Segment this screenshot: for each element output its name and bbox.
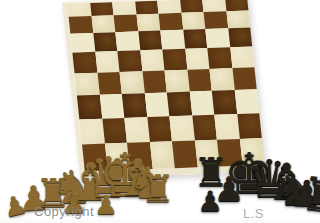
board-square [135, 1, 159, 15]
board-square [112, 1, 136, 15]
board-square [102, 118, 127, 144]
board-square [95, 51, 120, 73]
board-square [114, 14, 138, 32]
board-square [79, 119, 104, 145]
board-square [214, 114, 239, 140]
board-square [185, 48, 210, 70]
board-square [67, 3, 91, 17]
board-square [209, 68, 234, 91]
board-square [77, 95, 102, 120]
board-square [72, 52, 97, 74]
board-square [138, 31, 162, 51]
board-square [183, 29, 207, 49]
board-square [167, 92, 192, 117]
board-square [207, 47, 232, 69]
board-square [169, 116, 194, 142]
board-square [230, 46, 255, 68]
board-square [157, 0, 181, 14]
board-square [90, 2, 114, 16]
board-square [203, 11, 227, 29]
board-square [115, 31, 139, 51]
board-square [234, 89, 259, 114]
board-square [122, 93, 147, 118]
board-square [237, 113, 262, 139]
board-square [189, 91, 214, 116]
board-square [97, 72, 122, 95]
board-square [91, 15, 115, 33]
board-square [117, 50, 142, 72]
board-square [164, 70, 189, 93]
board-square [202, 0, 226, 12]
board-square [147, 116, 172, 142]
floor-strip [0, 219, 320, 223]
board-square [93, 32, 117, 52]
board-square [70, 33, 94, 53]
chess-piece-white-rook: ♜ [139, 170, 177, 208]
board-square [75, 73, 100, 96]
board-square [205, 28, 229, 48]
board-square [99, 94, 124, 119]
chess-piece-black-pawn: ♟ [212, 172, 246, 206]
board-square [140, 50, 165, 72]
board-square [144, 92, 169, 117]
board-square [226, 10, 250, 28]
board-square [160, 30, 184, 50]
board-square [142, 70, 167, 93]
board-square [181, 12, 205, 30]
chess-piece-black-rook: ♜ [297, 170, 320, 221]
board-square [212, 90, 237, 115]
product-photo: ♟♟♜♞♟♝♛♚♟♝♞♜ ♜♟♚♟♛♝♞♟♜ Copyright L.S [0, 0, 320, 223]
board-square [187, 69, 212, 92]
board-square [162, 49, 187, 71]
board-square [120, 71, 145, 94]
board-square [228, 27, 252, 47]
board-square [225, 0, 249, 11]
board-square [192, 115, 217, 141]
board-square [232, 67, 257, 90]
board-square [124, 117, 149, 143]
board-square [69, 16, 93, 34]
board-square [136, 14, 160, 32]
board-square [180, 0, 204, 13]
board-square [159, 13, 183, 31]
